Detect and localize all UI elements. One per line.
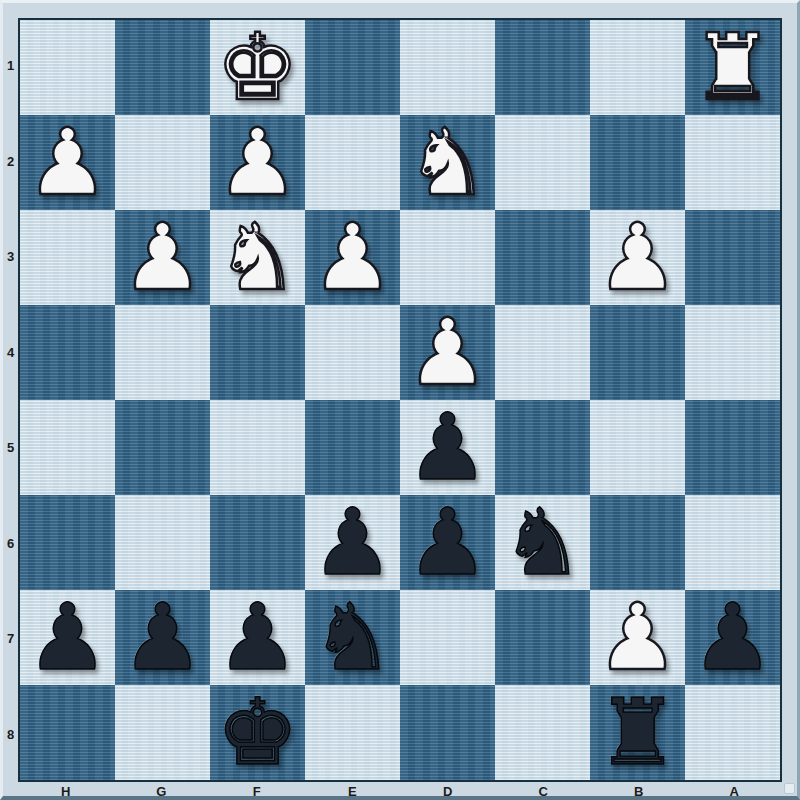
square-e6[interactable]: ♟ (305, 495, 400, 590)
rank-label-2: 2 (3, 114, 18, 210)
square-a7[interactable]: ♟ (685, 590, 780, 685)
chessboard-window: 12345678 ♚♜♟♟♞♟♞♟♟♟♟♟♟♞♟♟♟♞♟♟♚♜ HGFEDCBA (0, 0, 800, 800)
square-f4[interactable] (210, 305, 305, 400)
square-d3[interactable] (400, 210, 495, 305)
square-h6[interactable] (20, 495, 115, 590)
square-b8[interactable]: ♜ (590, 685, 685, 780)
square-f3[interactable]: ♞ (210, 210, 305, 305)
file-label-h: H (18, 784, 114, 799)
square-h7[interactable]: ♟ (20, 590, 115, 685)
square-c2[interactable] (495, 115, 590, 210)
square-c6[interactable]: ♞ (495, 495, 590, 590)
resize-grip[interactable] (784, 783, 795, 794)
square-b7[interactable]: ♟ (590, 590, 685, 685)
square-d1[interactable] (400, 20, 495, 115)
piece-white-pawn[interactable]: ♟ (121, 210, 203, 305)
square-a1[interactable]: ♜ (685, 20, 780, 115)
rank-label-4: 4 (3, 305, 18, 401)
square-e8[interactable] (305, 685, 400, 780)
square-c3[interactable] (495, 210, 590, 305)
piece-white-knight[interactable]: ♞ (406, 115, 488, 210)
square-b4[interactable] (590, 305, 685, 400)
square-a3[interactable] (685, 210, 780, 305)
square-g6[interactable] (115, 495, 210, 590)
square-f1[interactable]: ♚ (210, 20, 305, 115)
square-a4[interactable] (685, 305, 780, 400)
square-f8[interactable]: ♚ (210, 685, 305, 780)
square-d8[interactable] (400, 685, 495, 780)
square-b5[interactable] (590, 400, 685, 495)
square-h4[interactable] (20, 305, 115, 400)
square-c5[interactable] (495, 400, 590, 495)
piece-black-pawn[interactable]: ♟ (691, 590, 773, 685)
piece-black-knight[interactable]: ♞ (501, 495, 583, 590)
square-f2[interactable]: ♟ (210, 115, 305, 210)
square-h8[interactable] (20, 685, 115, 780)
square-a2[interactable] (685, 115, 780, 210)
square-c8[interactable] (495, 685, 590, 780)
square-h2[interactable]: ♟ (20, 115, 115, 210)
piece-white-pawn[interactable]: ♟ (216, 115, 298, 210)
square-g8[interactable] (115, 685, 210, 780)
square-g4[interactable] (115, 305, 210, 400)
file-label-d: D (400, 784, 496, 799)
piece-white-pawn[interactable]: ♟ (311, 210, 393, 305)
square-e7[interactable]: ♞ (305, 590, 400, 685)
piece-white-rook[interactable]: ♜ (691, 20, 773, 115)
piece-black-pawn[interactable]: ♟ (311, 495, 393, 590)
square-d4[interactable]: ♟ (400, 305, 495, 400)
square-b3[interactable]: ♟ (590, 210, 685, 305)
piece-black-pawn[interactable]: ♟ (406, 400, 488, 495)
square-c7[interactable] (495, 590, 590, 685)
file-label-e: E (305, 784, 401, 799)
square-g2[interactable] (115, 115, 210, 210)
file-label-b: B (591, 784, 687, 799)
piece-white-pawn[interactable]: ♟ (406, 305, 488, 400)
square-b6[interactable] (590, 495, 685, 590)
square-h5[interactable] (20, 400, 115, 495)
piece-black-rook[interactable]: ♜ (596, 685, 678, 780)
piece-black-pawn[interactable]: ♟ (26, 590, 108, 685)
file-label-g: G (114, 784, 210, 799)
rank-labels: 12345678 (3, 18, 18, 782)
square-f5[interactable] (210, 400, 305, 495)
square-a6[interactable] (685, 495, 780, 590)
rank-label-3: 3 (3, 209, 18, 305)
square-c4[interactable] (495, 305, 590, 400)
square-a8[interactable] (685, 685, 780, 780)
piece-white-pawn[interactable]: ♟ (596, 210, 678, 305)
piece-black-pawn[interactable]: ♟ (406, 495, 488, 590)
file-label-a: A (687, 784, 783, 799)
piece-black-knight[interactable]: ♞ (311, 590, 393, 685)
square-e3[interactable]: ♟ (305, 210, 400, 305)
square-g7[interactable]: ♟ (115, 590, 210, 685)
square-d7[interactable] (400, 590, 495, 685)
square-a5[interactable] (685, 400, 780, 495)
file-labels: HGFEDCBA (18, 784, 782, 799)
piece-black-pawn[interactable]: ♟ (121, 590, 203, 685)
rank-label-8: 8 (3, 687, 18, 783)
square-e2[interactable] (305, 115, 400, 210)
square-h3[interactable] (20, 210, 115, 305)
piece-white-pawn[interactable]: ♟ (26, 115, 108, 210)
file-label-f: F (209, 784, 305, 799)
square-d2[interactable]: ♞ (400, 115, 495, 210)
square-g5[interactable] (115, 400, 210, 495)
square-b2[interactable] (590, 115, 685, 210)
square-e5[interactable] (305, 400, 400, 495)
square-b1[interactable] (590, 20, 685, 115)
rank-label-6: 6 (3, 496, 18, 592)
rank-label-7: 7 (3, 591, 18, 687)
piece-white-pawn[interactable]: ♟ (596, 590, 678, 685)
piece-white-king[interactable]: ♚ (216, 20, 298, 115)
square-c1[interactable] (495, 20, 590, 115)
square-h1[interactable] (20, 20, 115, 115)
square-g3[interactable]: ♟ (115, 210, 210, 305)
square-e1[interactable] (305, 20, 400, 115)
square-g1[interactable] (115, 20, 210, 115)
piece-black-king[interactable]: ♚ (216, 685, 298, 780)
piece-black-pawn[interactable]: ♟ (216, 590, 298, 685)
square-f7[interactable]: ♟ (210, 590, 305, 685)
chessboard: ♚♜♟♟♞♟♞♟♟♟♟♟♟♞♟♟♟♞♟♟♚♜ (18, 18, 782, 782)
square-d5[interactable]: ♟ (400, 400, 495, 495)
square-f6[interactable] (210, 495, 305, 590)
board-grid: ♚♜♟♟♞♟♞♟♟♟♟♟♟♞♟♟♟♞♟♟♚♜ (20, 20, 780, 780)
rank-label-5: 5 (3, 400, 18, 496)
piece-white-knight[interactable]: ♞ (216, 210, 298, 305)
rank-label-1: 1 (3, 18, 18, 114)
file-label-c: C (496, 784, 592, 799)
square-d6[interactable]: ♟ (400, 495, 495, 590)
square-e4[interactable] (305, 305, 400, 400)
